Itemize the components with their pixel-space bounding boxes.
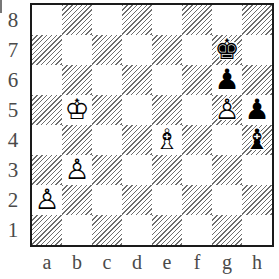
square-e7[interactable] xyxy=(152,35,182,65)
square-e5[interactable] xyxy=(152,95,182,125)
square-d4[interactable] xyxy=(122,125,152,155)
square-g3[interactable] xyxy=(212,155,242,185)
square-c7[interactable] xyxy=(92,35,122,65)
white-king-icon: ♔ xyxy=(62,95,92,125)
square-h4[interactable]: ♝♝ xyxy=(242,125,272,155)
square-b7[interactable] xyxy=(62,35,92,65)
square-a4[interactable] xyxy=(32,125,62,155)
square-h1[interactable] xyxy=(242,215,272,245)
piece-white-bishop-e4[interactable]: ♝♗ xyxy=(152,125,182,155)
file-label-e: e xyxy=(152,249,182,275)
square-a8[interactable] xyxy=(32,5,62,35)
square-d6[interactable] xyxy=(122,65,152,95)
square-d1[interactable] xyxy=(122,215,152,245)
square-a7[interactable] xyxy=(32,35,62,65)
square-d7[interactable] xyxy=(122,35,152,65)
square-c4[interactable] xyxy=(92,125,122,155)
square-e3[interactable] xyxy=(152,155,182,185)
square-h5[interactable]: ♟♟ xyxy=(242,95,272,125)
black-pawn-icon: ♟ xyxy=(242,95,272,125)
piece-black-pawn-g6[interactable]: ♟♟ xyxy=(212,65,242,95)
square-e8[interactable] xyxy=(152,5,182,35)
white-bishop-icon: ♗ xyxy=(152,125,182,155)
rank-label-5: 5 xyxy=(0,95,26,125)
square-f1[interactable] xyxy=(182,215,212,245)
black-king-icon: ♚ xyxy=(212,35,242,65)
square-g1[interactable] xyxy=(212,215,242,245)
rank-label-8: 8 xyxy=(0,5,26,35)
chess-board: ♚♚♟♟♚♔♟♙♟♟♝♗♝♝♟♙♟♙ xyxy=(30,3,274,247)
rank-label-4: 4 xyxy=(0,125,26,155)
square-c1[interactable] xyxy=(92,215,122,245)
square-f8[interactable] xyxy=(182,5,212,35)
square-b5[interactable]: ♚♔ xyxy=(62,95,92,125)
white-pawn-icon: ♙ xyxy=(32,185,62,215)
square-d3[interactable] xyxy=(122,155,152,185)
piece-white-pawn-a2[interactable]: ♟♙ xyxy=(32,185,62,215)
square-f4[interactable] xyxy=(182,125,212,155)
white-pawn-icon: ♙ xyxy=(62,155,92,185)
black-pawn-icon: ♟ xyxy=(212,65,242,95)
square-f3[interactable] xyxy=(182,155,212,185)
square-h2[interactable] xyxy=(242,185,272,215)
square-c8[interactable] xyxy=(92,5,122,35)
square-e4[interactable]: ♝♗ xyxy=(152,125,182,155)
square-h6[interactable] xyxy=(242,65,272,95)
white-pawn-icon: ♙ xyxy=(212,95,242,125)
piece-white-pawn-b3[interactable]: ♟♙ xyxy=(62,155,92,185)
square-b3[interactable]: ♟♙ xyxy=(62,155,92,185)
square-b2[interactable] xyxy=(62,185,92,215)
rank-label-6: 6 xyxy=(0,65,26,95)
square-c3[interactable] xyxy=(92,155,122,185)
square-g4[interactable] xyxy=(212,125,242,155)
square-c2[interactable] xyxy=(92,185,122,215)
file-label-f: f xyxy=(182,249,212,275)
piece-black-pawn-h5[interactable]: ♟♟ xyxy=(242,95,272,125)
rank-label-3: 3 xyxy=(0,155,26,185)
piece-white-pawn-g5[interactable]: ♟♙ xyxy=(212,95,242,125)
square-d8[interactable] xyxy=(122,5,152,35)
square-b8[interactable] xyxy=(62,5,92,35)
file-labels: abcdefgh xyxy=(32,249,272,275)
square-d2[interactable] xyxy=(122,185,152,215)
piece-black-king-g7[interactable]: ♚♚ xyxy=(212,35,242,65)
square-f2[interactable] xyxy=(182,185,212,215)
square-a5[interactable] xyxy=(32,95,62,125)
file-label-h: h xyxy=(242,249,272,275)
chess-diagram: 87654321 ♚♚♟♟♚♔♟♙♟♟♝♗♝♝♟♙♟♙ abcdefgh xyxy=(0,0,279,279)
square-f7[interactable] xyxy=(182,35,212,65)
file-label-g: g xyxy=(212,249,242,275)
square-a6[interactable] xyxy=(32,65,62,95)
square-e6[interactable] xyxy=(152,65,182,95)
rank-label-7: 7 xyxy=(0,35,26,65)
square-g6[interactable]: ♟♟ xyxy=(212,65,242,95)
square-b6[interactable] xyxy=(62,65,92,95)
piece-white-king-b5[interactable]: ♚♔ xyxy=(62,95,92,125)
square-e2[interactable] xyxy=(152,185,182,215)
square-h3[interactable] xyxy=(242,155,272,185)
square-h8[interactable] xyxy=(242,5,272,35)
file-label-b: b xyxy=(62,249,92,275)
file-label-c: c xyxy=(92,249,122,275)
square-g5[interactable]: ♟♙ xyxy=(212,95,242,125)
square-h7[interactable] xyxy=(242,35,272,65)
square-c5[interactable] xyxy=(92,95,122,125)
rank-label-2: 2 xyxy=(0,185,26,215)
piece-black-bishop-h4[interactable]: ♝♝ xyxy=(242,125,272,155)
rank-labels: 87654321 xyxy=(0,5,26,245)
square-f5[interactable] xyxy=(182,95,212,125)
square-g8[interactable] xyxy=(212,5,242,35)
square-e1[interactable] xyxy=(152,215,182,245)
square-b4[interactable] xyxy=(62,125,92,155)
square-a1[interactable] xyxy=(32,215,62,245)
rank-label-1: 1 xyxy=(0,215,26,245)
file-label-d: d xyxy=(122,249,152,275)
square-g2[interactable] xyxy=(212,185,242,215)
square-d5[interactable] xyxy=(122,95,152,125)
square-b1[interactable] xyxy=(62,215,92,245)
square-g7[interactable]: ♚♚ xyxy=(212,35,242,65)
square-c6[interactable] xyxy=(92,65,122,95)
square-a3[interactable] xyxy=(32,155,62,185)
square-a2[interactable]: ♟♙ xyxy=(32,185,62,215)
black-bishop-icon: ♝ xyxy=(242,125,272,155)
file-label-a: a xyxy=(32,249,62,275)
square-f6[interactable] xyxy=(182,65,212,95)
